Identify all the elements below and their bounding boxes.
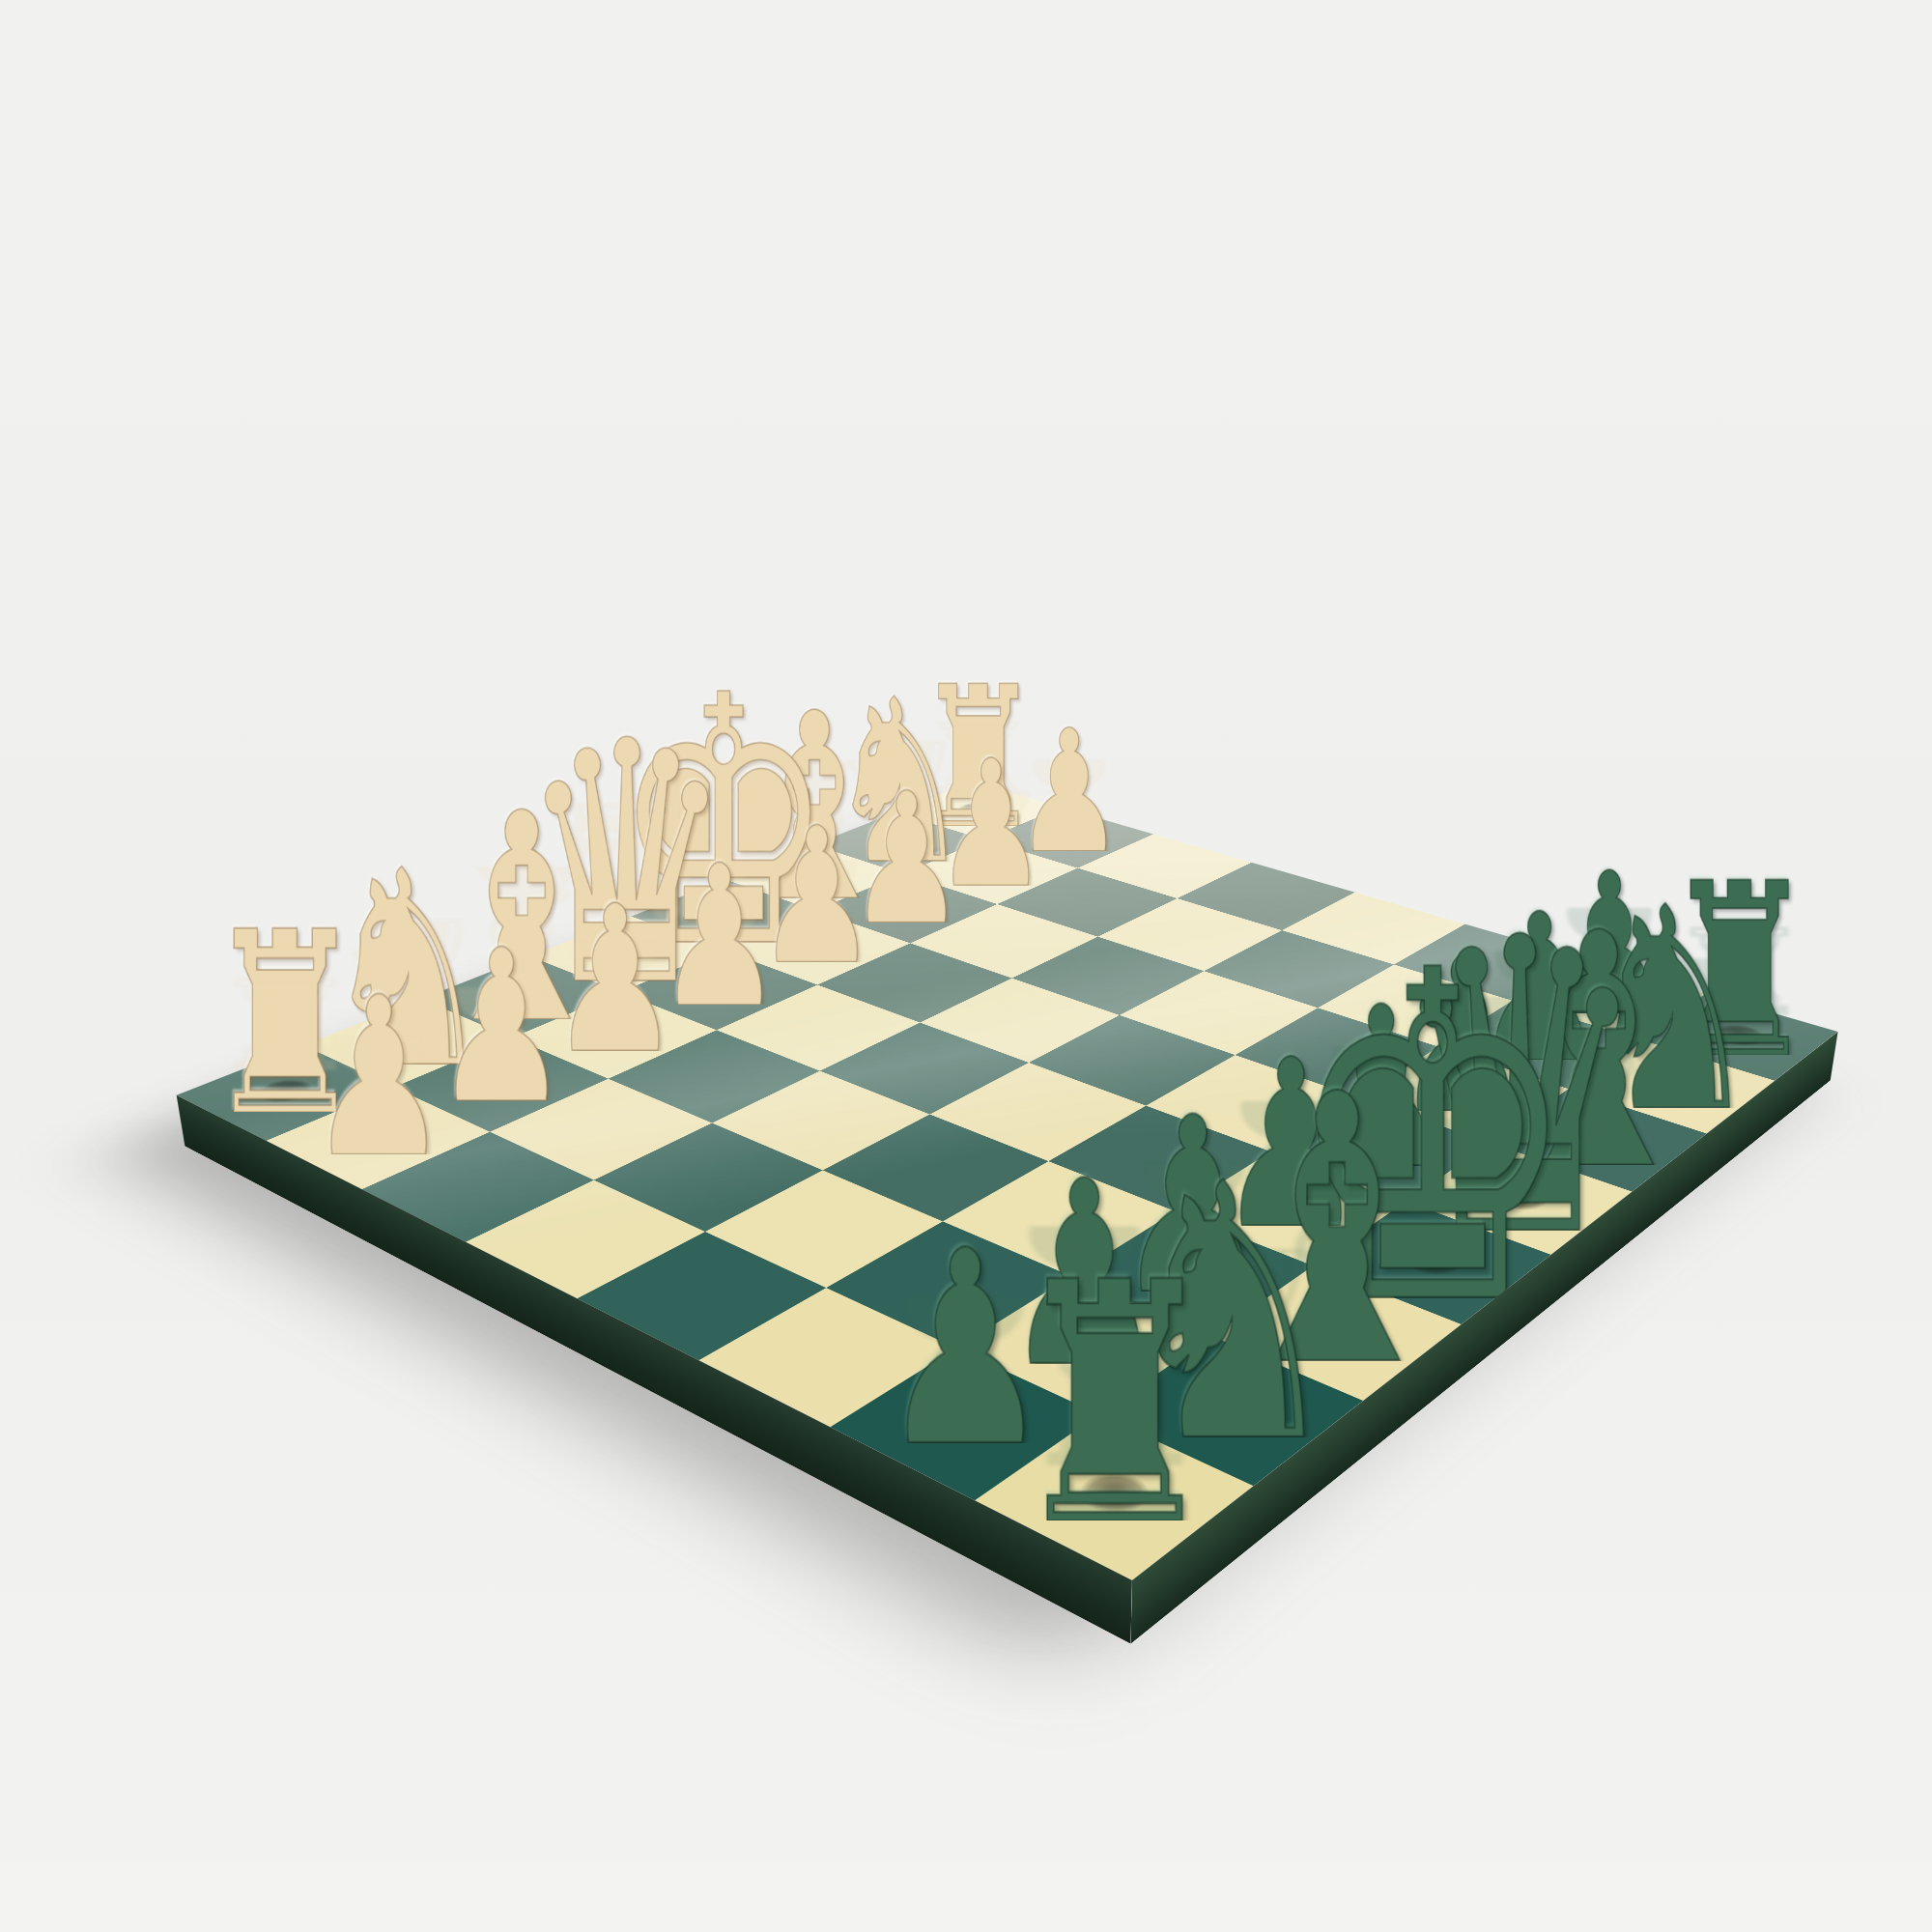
piece-green-rook[interactable]: ♜ bbox=[1001, 1238, 1229, 1492]
piece-white-pawn[interactable]: ♟ bbox=[303, 968, 454, 1135]
scene: ♜♞♝♚♛♝♞♜♟♟♟♟♟♟♟♟♟♟♟♟♟♟♟♟♜♞♝♛♚♝♞♜ bbox=[0, 0, 1932, 1932]
pieces-layer: ♜♞♝♚♛♝♞♜♟♟♟♟♟♟♟♟♟♟♟♟♟♟♟♟♜♞♝♛♚♝♞♜ bbox=[177, 782, 1838, 1580]
chess-board: ♜♞♝♚♛♝♞♜♟♟♟♟♟♟♟♟♟♟♟♟♟♟♟♟♜♞♝♛♚♝♞♜ bbox=[177, 782, 1838, 1580]
page: { "game": "chess", "scene": { "backgroun… bbox=[0, 0, 1932, 1932]
